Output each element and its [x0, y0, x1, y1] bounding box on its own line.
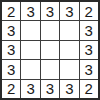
cell-r1c2[interactable] — [41, 21, 59, 39]
puzzle-board: 2 3 3 3 2 3 3 3 3 3 3 2 3 3 3 2 — [0, 0, 100, 100]
cell-r3c0[interactable]: 3 — [2, 60, 20, 78]
cell-r0c2[interactable]: 3 — [41, 2, 59, 20]
cell-r3c3[interactable] — [60, 60, 78, 78]
cell-r0c4[interactable]: 2 — [80, 2, 98, 20]
cell-r4c2[interactable]: 3 — [41, 80, 59, 98]
cell-r1c1[interactable] — [21, 21, 39, 39]
cell-r1c4[interactable]: 3 — [80, 21, 98, 39]
cell-r2c3[interactable] — [60, 41, 78, 59]
cell-r0c0[interactable]: 2 — [2, 2, 20, 20]
cell-r4c3[interactable]: 3 — [60, 80, 78, 98]
cell-r4c0[interactable]: 2 — [2, 80, 20, 98]
cell-r4c1[interactable]: 3 — [21, 80, 39, 98]
cell-r4c4[interactable]: 2 — [80, 80, 98, 98]
cell-r0c3[interactable]: 3 — [60, 2, 78, 20]
cell-r1c3[interactable] — [60, 21, 78, 39]
cell-r0c1[interactable]: 3 — [21, 2, 39, 20]
cell-r3c4[interactable]: 3 — [80, 60, 98, 78]
cell-r2c2[interactable] — [41, 41, 59, 59]
cell-r1c0[interactable]: 3 — [2, 21, 20, 39]
cell-r2c0[interactable]: 3 — [2, 41, 20, 59]
cell-r2c4[interactable]: 3 — [80, 41, 98, 59]
cell-r3c2[interactable] — [41, 60, 59, 78]
cell-r2c1[interactable] — [21, 41, 39, 59]
cell-r3c1[interactable] — [21, 60, 39, 78]
